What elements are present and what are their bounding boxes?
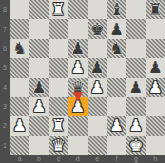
chess-board[interactable]: ♜♝♜♚♟♞♟♞♟♟♟♟♛♟♟♟♟♟♟♜♟♟♛♚ xyxy=(10,0,165,155)
square-d8[interactable] xyxy=(68,0,87,19)
square-g3[interactable] xyxy=(126,97,145,116)
square-h1[interactable] xyxy=(146,136,165,155)
square-a5[interactable] xyxy=(10,58,29,77)
black-pawn-g4[interactable]: ♟ xyxy=(126,78,145,97)
white-pawn-d5[interactable]: ♟ xyxy=(68,58,87,77)
white-pawn-f2[interactable]: ♟ xyxy=(107,116,126,135)
black-pawn-e5[interactable]: ♟ xyxy=(88,58,107,77)
rank-labels: 87654321 xyxy=(0,0,10,155)
file-label-f: f xyxy=(107,155,126,163)
file-label-c: c xyxy=(49,155,68,163)
square-d5[interactable]: ♟ xyxy=(68,58,87,77)
white-pawn-g2[interactable]: ♟ xyxy=(126,116,145,135)
square-g4[interactable]: ♟ xyxy=(126,78,145,97)
square-f3[interactable] xyxy=(107,97,126,116)
square-a4[interactable] xyxy=(10,78,29,97)
white-pawn-e4[interactable]: ♟ xyxy=(88,78,107,97)
square-b2[interactable] xyxy=(29,116,48,135)
black-rook-h8[interactable]: ♜ xyxy=(146,0,165,19)
square-f5[interactable] xyxy=(107,58,126,77)
square-e4[interactable]: ♟ xyxy=(88,78,107,97)
square-b4[interactable]: ♟ xyxy=(29,78,48,97)
square-d3[interactable]: ♟ xyxy=(68,97,87,116)
square-b3[interactable]: ♟ xyxy=(29,97,48,116)
square-e1[interactable] xyxy=(88,136,107,155)
square-b6[interactable] xyxy=(29,39,48,58)
white-queen-c1[interactable]: ♛ xyxy=(49,136,68,155)
square-e3[interactable] xyxy=(88,97,107,116)
black-pawn-d6[interactable]: ♟ xyxy=(68,39,87,58)
rank-label-2: 2 xyxy=(0,116,10,135)
square-e5[interactable]: ♟ xyxy=(88,58,107,77)
square-b7[interactable] xyxy=(29,19,48,38)
square-f8[interactable]: ♝ xyxy=(107,0,126,19)
white-rook-c8[interactable]: ♜ xyxy=(49,0,68,19)
black-king-e7[interactable]: ♚ xyxy=(88,19,107,38)
square-e2[interactable] xyxy=(88,116,107,135)
file-label-a: a xyxy=(10,155,29,163)
square-h2[interactable] xyxy=(146,116,165,135)
square-f2[interactable]: ♟ xyxy=(107,116,126,135)
square-d1[interactable] xyxy=(68,136,87,155)
square-c6[interactable] xyxy=(49,39,68,58)
square-e7[interactable]: ♚ xyxy=(88,19,107,38)
square-d7[interactable] xyxy=(68,19,87,38)
black-bishop-f8[interactable]: ♝ xyxy=(107,0,126,19)
rank-label-7: 7 xyxy=(0,19,10,38)
square-a8[interactable] xyxy=(10,0,29,19)
square-a7[interactable] xyxy=(10,19,29,38)
white-pawn-b3[interactable]: ♟ xyxy=(29,97,48,116)
square-h7[interactable] xyxy=(146,19,165,38)
square-c4[interactable] xyxy=(49,78,68,97)
white-rook-c2[interactable]: ♜ xyxy=(49,116,68,135)
file-label-b: b xyxy=(29,155,48,163)
red-arrowhead-marker-icon xyxy=(73,92,83,102)
file-label-g: g xyxy=(126,155,145,163)
square-g6[interactable] xyxy=(126,39,145,58)
rank-label-1: 1 xyxy=(0,136,10,155)
rank-label-6: 6 xyxy=(0,39,10,58)
square-a3[interactable] xyxy=(10,97,29,116)
square-c3[interactable] xyxy=(49,97,68,116)
square-g8[interactable] xyxy=(126,0,145,19)
file-labels: abcdefgh xyxy=(10,155,165,163)
file-label-e: e xyxy=(88,155,107,163)
square-d6[interactable]: ♟ xyxy=(68,39,87,58)
rank-label-5: 5 xyxy=(0,58,10,77)
black-pawn-h5[interactable]: ♟ xyxy=(146,58,165,77)
square-e6[interactable] xyxy=(88,39,107,58)
file-label-d: d xyxy=(68,155,87,163)
square-g2[interactable]: ♟ xyxy=(126,116,145,135)
square-f6[interactable]: ♞ xyxy=(107,39,126,58)
black-knight-f6[interactable]: ♞ xyxy=(107,39,126,58)
chess-board-diagram: 87654321 ♜♝♜♚♟♞♟♞♟♟♟♟♛♟♟♟♟♟♟♜♟♟♛♚ abcdef… xyxy=(0,0,165,163)
square-a1[interactable] xyxy=(10,136,29,155)
square-h3[interactable] xyxy=(146,97,165,116)
square-f4[interactable] xyxy=(107,78,126,97)
square-c8[interactable]: ♜ xyxy=(49,0,68,19)
rank-label-8: 8 xyxy=(0,0,10,19)
square-b5[interactable] xyxy=(29,58,48,77)
white-pawn-h4[interactable]: ♟ xyxy=(146,78,165,97)
square-e8[interactable] xyxy=(88,0,107,19)
square-b8[interactable] xyxy=(29,0,48,19)
square-c1[interactable]: ♛ xyxy=(49,136,68,155)
rank-label-3: 3 xyxy=(0,97,10,116)
square-g5[interactable] xyxy=(126,58,145,77)
square-a2[interactable]: ♟ xyxy=(10,116,29,135)
square-d2[interactable] xyxy=(68,116,87,135)
rank-label-4: 4 xyxy=(0,78,10,97)
square-h5[interactable]: ♟ xyxy=(146,58,165,77)
white-king-g1[interactable]: ♚ xyxy=(126,136,145,155)
black-pawn-f7[interactable]: ♟ xyxy=(107,19,126,38)
square-c5[interactable] xyxy=(49,58,68,77)
square-g7[interactable] xyxy=(126,19,145,38)
square-h4[interactable]: ♟ xyxy=(146,78,165,97)
file-label-h: h xyxy=(146,155,165,163)
square-g1[interactable]: ♚ xyxy=(126,136,145,155)
square-b1[interactable] xyxy=(29,136,48,155)
white-pawn-a2[interactable]: ♟ xyxy=(10,116,29,135)
square-c7[interactable] xyxy=(49,19,68,38)
square-c2[interactable]: ♜ xyxy=(49,116,68,135)
square-a6[interactable]: ♞ xyxy=(10,39,29,58)
square-f1[interactable] xyxy=(107,136,126,155)
black-pawn-b4[interactable]: ♟ xyxy=(29,78,48,97)
square-f7[interactable]: ♟ xyxy=(107,19,126,38)
square-h6[interactable] xyxy=(146,39,165,58)
square-h8[interactable]: ♜ xyxy=(146,0,165,19)
black-knight-a6[interactable]: ♞ xyxy=(10,39,29,58)
